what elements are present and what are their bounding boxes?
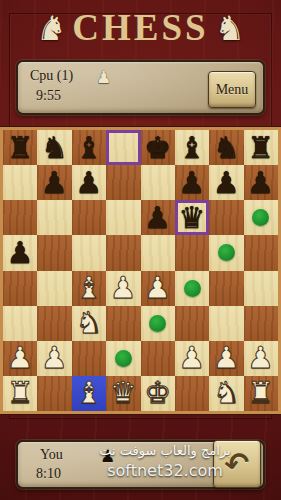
square-b5[interactable] (37, 235, 71, 270)
square-g1[interactable]: ♞ (209, 376, 243, 411)
square-b4[interactable] (37, 271, 71, 306)
square-f5[interactable] (175, 235, 209, 270)
square-h5[interactable] (244, 235, 278, 270)
piece-black-knight: ♞ (41, 131, 68, 165)
square-a8[interactable]: ♜ (3, 130, 37, 165)
square-e2[interactable] (141, 341, 175, 376)
piece-white-pawn: ♟ (247, 341, 274, 375)
piece-white-pawn: ♟ (41, 341, 68, 375)
piece-black-pawn: ♟ (7, 236, 34, 270)
piece-white-pawn: ♟ (144, 271, 171, 305)
square-h4[interactable] (244, 271, 278, 306)
square-c7[interactable]: ♟ (72, 165, 106, 200)
square-e8[interactable]: ♚ (141, 130, 175, 165)
square-c4[interactable]: ♝ (72, 271, 106, 306)
piece-black-pawn: ♟ (179, 166, 206, 200)
square-f6[interactable]: ♛ (175, 200, 209, 235)
square-a2[interactable]: ♟ (3, 341, 37, 376)
square-g7[interactable]: ♟ (209, 165, 243, 200)
square-e6[interactable]: ♟ (141, 200, 175, 235)
knight-icon: ♞ (215, 4, 245, 52)
piece-white-bishop: ♝ (75, 376, 102, 410)
square-e1[interactable]: ♚ (141, 376, 175, 411)
player-clock: 8:10 (36, 466, 61, 482)
legal-move-dot (218, 244, 235, 261)
square-h2[interactable]: ♟ (244, 341, 278, 376)
legal-move-dot (149, 315, 166, 332)
square-d4[interactable]: ♟ (106, 271, 140, 306)
square-h6[interactable] (244, 200, 278, 235)
piece-black-rook: ♜ (7, 131, 34, 165)
undo-button[interactable]: ↶ (213, 440, 261, 488)
square-c2[interactable] (72, 341, 106, 376)
square-a6[interactable] (3, 200, 37, 235)
square-a4[interactable] (3, 271, 37, 306)
piece-white-rook: ♜ (7, 376, 34, 410)
square-f3[interactable] (175, 306, 209, 341)
square-g6[interactable] (209, 200, 243, 235)
square-d8[interactable] (106, 130, 140, 165)
square-d2[interactable] (106, 341, 140, 376)
square-f7[interactable]: ♟ (175, 165, 209, 200)
square-b8[interactable]: ♞ (37, 130, 71, 165)
square-f8[interactable]: ♝ (175, 130, 209, 165)
piece-black-pawn: ♟ (144, 201, 171, 235)
legal-move-dot (252, 209, 269, 226)
piece-black-pawn: ♟ (213, 166, 240, 200)
square-b2[interactable]: ♟ (37, 341, 71, 376)
square-d6[interactable] (106, 200, 140, 235)
legal-move-dot (115, 350, 132, 367)
square-b3[interactable] (37, 306, 71, 341)
square-d7[interactable] (106, 165, 140, 200)
square-d3[interactable] (106, 306, 140, 341)
piece-white-king: ♚ (144, 376, 171, 410)
piece-white-pawn: ♟ (179, 341, 206, 375)
square-g4[interactable] (209, 271, 243, 306)
piece-white-knight: ♞ (75, 306, 102, 340)
square-a5[interactable]: ♟ (3, 235, 37, 270)
square-c6[interactable] (72, 200, 106, 235)
square-f2[interactable]: ♟ (175, 341, 209, 376)
piece-white-bishop: ♝ (75, 271, 102, 305)
piece-white-pawn: ♟ (213, 341, 240, 375)
opponent-bar: Cpu (1) ♟ 9:55 Menu (16, 60, 265, 115)
square-b6[interactable] (37, 200, 71, 235)
square-f4[interactable] (175, 271, 209, 306)
piece-black-rook: ♜ (247, 131, 274, 165)
piece-white-pawn: ♟ (7, 341, 34, 375)
square-b1[interactable] (37, 376, 71, 411)
knight-icon: ♞ (36, 4, 66, 52)
square-e4[interactable]: ♟ (141, 271, 175, 306)
piece-black-knight: ♞ (213, 131, 240, 165)
square-a7[interactable] (3, 165, 37, 200)
app-title: CHESS (72, 4, 208, 52)
piece-black-pawn: ♟ (247, 166, 274, 200)
menu-button[interactable]: Menu (208, 71, 256, 108)
square-g8[interactable]: ♞ (209, 130, 243, 165)
piece-white-pawn: ♟ (110, 271, 137, 305)
square-a1[interactable]: ♜ (3, 376, 37, 411)
square-e5[interactable] (141, 235, 175, 270)
undo-arrow-icon: ↶ (211, 438, 263, 490)
square-h8[interactable]: ♜ (244, 130, 278, 165)
square-h3[interactable] (244, 306, 278, 341)
piece-black-queen: ♛ (179, 201, 206, 235)
square-a3[interactable] (3, 306, 37, 341)
piece-black-pawn: ♟ (41, 166, 68, 200)
square-c5[interactable] (72, 235, 106, 270)
square-h1[interactable]: ♜ (244, 376, 278, 411)
chess-board: ♜♞♝♚♝♞♜♟♟♟♟♟♟♛♟♝♟♟♞♟♟♟♟♟♜♝♛♚♞♜ (3, 130, 278, 411)
square-g5[interactable] (209, 235, 243, 270)
square-c8[interactable]: ♝ (72, 130, 106, 165)
piece-white-queen: ♛ (110, 376, 137, 410)
square-e7[interactable] (141, 165, 175, 200)
white-pawn-icon: ♟ (96, 69, 111, 86)
square-f1[interactable] (175, 376, 209, 411)
square-g2[interactable]: ♟ (209, 341, 243, 376)
chess-app: ♞ CHESS ♞ Cpu (1) ♟ 9:55 Menu ♜♞♝♚♝♞♜♟♟♟… (0, 0, 281, 500)
square-c3[interactable]: ♞ (72, 306, 106, 341)
square-g3[interactable] (209, 306, 243, 341)
piece-black-bishop: ♝ (75, 131, 102, 165)
square-d1[interactable]: ♛ (106, 376, 140, 411)
opponent-name: Cpu (1) (30, 68, 73, 84)
app-header: ♞ CHESS ♞ (0, 4, 281, 52)
piece-black-king: ♚ (144, 131, 171, 165)
square-c1[interactable]: ♝ (72, 376, 106, 411)
piece-black-pawn: ♟ (75, 166, 102, 200)
piece-black-bishop: ♝ (179, 131, 206, 165)
square-h7[interactable]: ♟ (244, 165, 278, 200)
legal-move-dot (184, 280, 201, 297)
player-name: You (40, 447, 63, 463)
square-d5[interactable] (106, 235, 140, 270)
chess-board-frame: ♜♞♝♚♝♞♜♟♟♟♟♟♟♛♟♝♟♟♞♟♟♟♟♟♜♝♛♚♞♜ (0, 127, 281, 414)
piece-white-knight: ♞ (213, 376, 240, 410)
black-pawn-icon: ♟ (100, 448, 115, 465)
square-b7[interactable]: ♟ (37, 165, 71, 200)
opponent-clock: 9:55 (36, 88, 61, 104)
player-bar: You ♟ 8:10 ↶ (16, 440, 265, 489)
piece-white-rook: ♜ (247, 376, 274, 410)
square-e3[interactable] (141, 306, 175, 341)
